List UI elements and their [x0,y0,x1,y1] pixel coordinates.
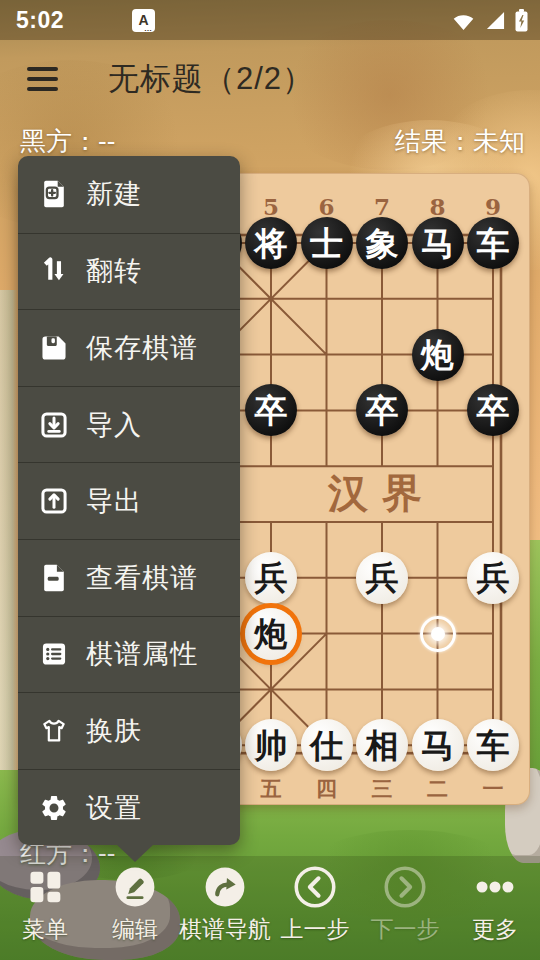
black-piece-象[interactable]: 象 [356,217,408,269]
red-piece-马[interactable]: 马 [412,719,464,771]
result-label: 结果：未知 [395,124,525,159]
new-file-icon [39,179,69,209]
toolbar-item-label: 棋谱导航 [179,914,271,945]
more-icon [474,866,516,908]
wifi-icon [451,10,476,31]
column-label-bottom: 五 [251,775,291,803]
black-piece-卒[interactable]: 卒 [245,384,297,436]
column-label-top: 6 [307,193,347,220]
view-record-icon [39,563,69,593]
column-label-bottom: 四 [307,775,347,803]
black-player-label: 黑方：-- [20,124,115,159]
game-info-row: 黑方：-- 结果：未知 [0,124,540,158]
app-screen: 123456789九八七六五四三二一汉界车马象士将士象马车炮炮卒卒卒卒卒兵兵兵兵… [0,0,540,960]
menu-item-导出[interactable]: 导出 [18,462,240,539]
red-piece-兵[interactable]: 兵 [467,552,519,604]
menu-item-label: 棋谱属性 [86,636,198,672]
toolbar-item-棋谱导航[interactable]: 棋谱导航 [180,866,270,945]
menu-item-保存棋谱[interactable]: 保存棋谱 [18,309,240,386]
save-icon [39,333,69,363]
battery-charging-icon [515,9,528,32]
hamburger-icon[interactable] [27,67,58,91]
menu-item-label: 新建 [86,176,142,212]
menu-item-导入[interactable]: 导入 [18,386,240,463]
menu-item-label: 导入 [86,407,142,443]
black-piece-车[interactable]: 车 [467,217,519,269]
toolbar-item-label: 更多 [472,914,518,945]
red-piece-兵[interactable]: 兵 [245,552,297,604]
edit-icon [114,866,156,908]
column-label-top: 8 [418,193,458,220]
menu-item-label: 保存棋谱 [86,330,198,366]
toolbar-item-label: 下一步 [371,914,440,945]
signal-icon [484,10,507,31]
toolbar-item-菜单[interactable]: 菜单 [0,866,90,945]
ime-icon: A… [132,9,155,32]
bottom-toolbar: 菜单编辑棋谱导航上一步下一步更多 [0,856,540,960]
column-label-top: 5 [251,193,291,220]
page-title: 无标题（2/2） [108,58,314,100]
black-piece-炮[interactable]: 炮 [412,329,464,381]
import-icon [39,410,69,440]
menu-item-棋谱属性[interactable]: 棋谱属性 [18,616,240,693]
red-piece-帅[interactable]: 帅 [245,719,297,771]
menu-item-查看棋谱[interactable]: 查看棋谱 [18,539,240,616]
black-piece-马[interactable]: 马 [412,217,464,269]
prev-icon [294,866,336,908]
settings-icon [39,793,69,823]
menu-item-label: 换肤 [86,713,142,749]
red-piece-仕[interactable]: 仕 [301,719,353,771]
menu-item-label: 导出 [86,483,142,519]
toolbar-item-上一步[interactable]: 上一步 [270,866,360,945]
column-label-bottom: 一 [473,775,513,803]
toolbar-item-编辑[interactable]: 编辑 [90,866,180,945]
menu-item-新建[interactable]: 新建 [18,156,240,233]
title-bar: 无标题（2/2） [0,46,540,112]
red-piece-车[interactable]: 车 [467,719,519,771]
navigate-icon [204,866,246,908]
next-icon [384,866,426,908]
black-piece-卒[interactable]: 卒 [356,384,408,436]
column-label-bottom: 三 [362,775,402,803]
menu-item-翻转[interactable]: 翻转 [18,233,240,310]
red-piece-相[interactable]: 相 [356,719,408,771]
toolbar-item-下一步[interactable]: 下一步 [360,866,450,945]
status-bar: 5:02 A… [0,0,540,40]
flip-icon [39,256,69,286]
red-piece-兵[interactable]: 兵 [356,552,408,604]
main-menu-popup: 新建翻转保存棋谱导入导出查看棋谱棋谱属性换肤设置 [18,156,240,845]
menu-grid-icon [24,866,66,908]
menu-item-设置[interactable]: 设置 [18,769,240,846]
menu-item-label: 翻转 [86,253,142,289]
black-piece-卒[interactable]: 卒 [467,384,519,436]
menu-item-label: 设置 [86,790,142,826]
column-label-top: 9 [473,193,513,220]
toolbar-item-更多[interactable]: 更多 [450,866,540,945]
skin-icon [39,716,69,746]
column-label-bottom: 二 [418,775,458,803]
menu-item-label: 查看棋谱 [86,560,198,596]
column-label-top: 7 [362,193,402,220]
clock-time: 5:02 [16,7,64,34]
toolbar-item-label: 菜单 [22,914,68,945]
waterfall-strip [0,290,18,790]
export-icon [39,486,69,516]
record-properties-icon [39,639,69,669]
toolbar-item-label: 上一步 [281,914,350,945]
toolbar-item-label: 编辑 [112,914,158,945]
red-piece-炮[interactable]: 炮 [245,608,297,660]
river-label: 汉界 [328,466,436,521]
black-piece-士[interactable]: 士 [301,217,353,269]
menu-item-换肤[interactable]: 换肤 [18,692,240,769]
black-piece-将[interactable]: 将 [245,217,297,269]
